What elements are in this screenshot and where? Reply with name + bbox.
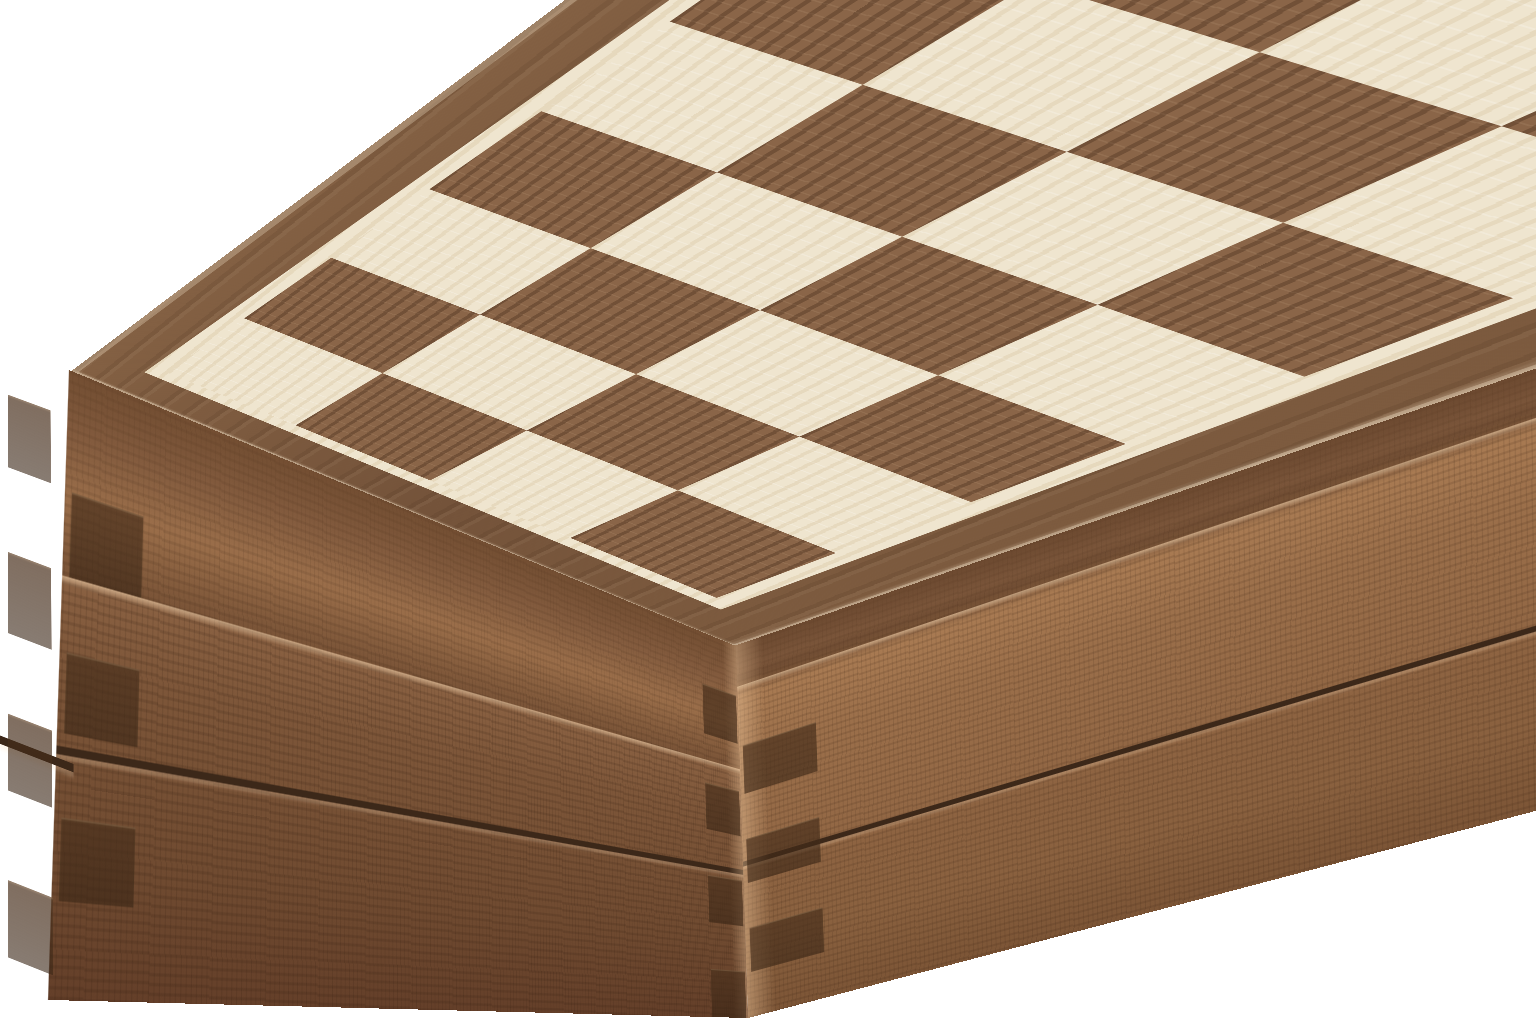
finger-joint-endgrain bbox=[8, 880, 53, 976]
finger-joint-endgrain bbox=[64, 652, 139, 748]
finger-joint-endgrain bbox=[708, 875, 743, 926]
finger-joint-endgrain bbox=[711, 969, 747, 1018]
finger-joint-endgrain bbox=[8, 395, 51, 483]
finger-joint-endgrain bbox=[705, 782, 740, 835]
box-left-end-sliver bbox=[0, 345, 75, 998]
product-photo-scene bbox=[0, 0, 1536, 1024]
finger-joint-endgrain bbox=[8, 552, 52, 649]
finger-joint-endgrain bbox=[8, 714, 52, 807]
lid-base-seam bbox=[56, 745, 743, 875]
